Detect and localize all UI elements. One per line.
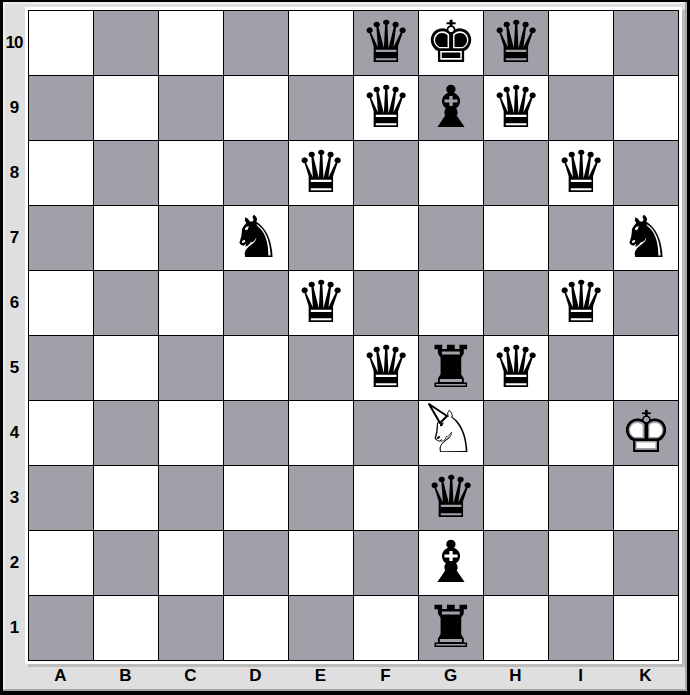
square-g2[interactable]: ♝	[419, 531, 483, 595]
square-e1[interactable]	[289, 596, 353, 660]
square-a7[interactable]	[29, 206, 93, 270]
square-e6[interactable]: ♛	[289, 271, 353, 335]
chess-board: ♛♚♛♛♝♛♛♛♞♞♛♛♛♜♛♞♘♚♔♛♝♜	[28, 10, 679, 661]
black-rook: ♜	[425, 595, 477, 659]
square-i9[interactable]	[549, 76, 613, 140]
file-label-h: H	[483, 666, 548, 686]
square-i3[interactable]	[549, 466, 613, 530]
square-a6[interactable]	[29, 271, 93, 335]
square-b4[interactable]	[94, 401, 158, 465]
square-e5[interactable]	[289, 336, 353, 400]
square-h5[interactable]: ♛	[484, 336, 548, 400]
rank-label-5: 5	[3, 335, 25, 400]
square-k1[interactable]	[614, 596, 678, 660]
square-d3[interactable]	[224, 466, 288, 530]
square-i2[interactable]	[549, 531, 613, 595]
square-c9[interactable]	[159, 76, 223, 140]
square-a8[interactable]	[29, 141, 93, 205]
square-a3[interactable]	[29, 466, 93, 530]
square-d9[interactable]	[224, 76, 288, 140]
square-e7[interactable]	[289, 206, 353, 270]
file-label-b: B	[93, 666, 158, 686]
square-k3[interactable]	[614, 466, 678, 530]
square-b5[interactable]	[94, 336, 158, 400]
square-c4[interactable]	[159, 401, 223, 465]
square-h4[interactable]	[484, 401, 548, 465]
square-h10[interactable]: ♛	[484, 11, 548, 75]
file-label-g: G	[418, 666, 483, 686]
square-a10[interactable]	[29, 11, 93, 75]
rank-label-7: 7	[3, 205, 25, 270]
square-i1[interactable]	[549, 596, 613, 660]
square-i8[interactable]: ♛	[549, 141, 613, 205]
square-c3[interactable]	[159, 466, 223, 530]
square-c6[interactable]	[159, 271, 223, 335]
square-e10[interactable]	[289, 11, 353, 75]
rank-label-1: 1	[3, 595, 25, 660]
file-label-i: I	[548, 666, 613, 686]
square-f4[interactable]	[354, 401, 418, 465]
square-e8[interactable]: ♛	[289, 141, 353, 205]
rank-label-10: 10	[3, 10, 25, 75]
square-g7[interactable]	[419, 206, 483, 270]
square-i6[interactable]: ♛	[549, 271, 613, 335]
black-queen: ♛	[490, 10, 542, 74]
square-g5[interactable]: ♜	[419, 336, 483, 400]
square-k8[interactable]	[614, 141, 678, 205]
file-label-a: A	[28, 666, 93, 686]
square-k2[interactable]	[614, 531, 678, 595]
square-g8[interactable]	[419, 141, 483, 205]
square-g10[interactable]: ♚	[419, 11, 483, 75]
square-f7[interactable]	[354, 206, 418, 270]
rank-label-4: 4	[3, 400, 25, 465]
rank-label-8: 8	[3, 140, 25, 205]
square-e2[interactable]	[289, 531, 353, 595]
square-k4[interactable]: ♚♔	[614, 401, 678, 465]
square-a4[interactable]	[29, 401, 93, 465]
square-k6[interactable]	[614, 271, 678, 335]
square-f2[interactable]	[354, 531, 418, 595]
unicorn-outline: ♘	[425, 398, 477, 466]
square-d5[interactable]	[224, 336, 288, 400]
square-h1[interactable]	[484, 596, 548, 660]
black-queen: ♛	[490, 335, 542, 399]
square-b7[interactable]	[94, 206, 158, 270]
square-h6[interactable]	[484, 271, 548, 335]
square-h9[interactable]: ♛	[484, 76, 548, 140]
black-queen: ♛	[360, 10, 412, 74]
black-queen: ♛	[360, 75, 412, 139]
black-queen: ♛	[360, 335, 412, 399]
square-b9[interactable]	[94, 76, 158, 140]
square-f3[interactable]	[354, 466, 418, 530]
square-d6[interactable]	[224, 271, 288, 335]
black-rook: ♜	[425, 335, 477, 399]
file-label-e: E	[288, 666, 353, 686]
square-g6[interactable]	[419, 271, 483, 335]
square-a5[interactable]	[29, 336, 93, 400]
square-i5[interactable]	[549, 336, 613, 400]
file-labels: ABCDEFGHIK	[28, 664, 687, 688]
square-k9[interactable]	[614, 76, 678, 140]
diagram-frame: 10987654321 ♛♚♛♛♝♛♛♛♞♞♛♛♛♜♛♞♘♚♔♛♝♜ ABCDE…	[0, 0, 690, 695]
square-e3[interactable]	[289, 466, 353, 530]
square-b10[interactable]	[94, 11, 158, 75]
square-f1[interactable]	[354, 596, 418, 660]
square-g9[interactable]: ♝	[419, 76, 483, 140]
square-g4[interactable]: ♞♘	[419, 401, 483, 465]
square-f5[interactable]: ♛	[354, 336, 418, 400]
board-plate: ♛♚♛♛♝♛♛♛♞♞♛♛♛♜♛♞♘♚♔♛♝♜	[25, 7, 682, 664]
black-queen: ♛	[295, 270, 347, 334]
square-b1[interactable]	[94, 596, 158, 660]
square-f6[interactable]	[354, 271, 418, 335]
square-d4[interactable]	[224, 401, 288, 465]
black-queen: ♛	[555, 270, 607, 334]
square-a2[interactable]	[29, 531, 93, 595]
black-queen: ♛	[555, 140, 607, 204]
square-b8[interactable]	[94, 141, 158, 205]
square-d8[interactable]	[224, 141, 288, 205]
square-b6[interactable]	[94, 271, 158, 335]
square-h7[interactable]	[484, 206, 548, 270]
square-c5[interactable]	[159, 336, 223, 400]
square-k5[interactable]	[614, 336, 678, 400]
square-a9[interactable]	[29, 76, 93, 140]
board-area: 10987654321 ♛♚♛♛♝♛♛♛♞♞♛♛♛♜♛♞♘♚♔♛♝♜	[3, 2, 687, 664]
rank-label-9: 9	[3, 75, 25, 140]
square-f9[interactable]: ♛	[354, 76, 418, 140]
square-c2[interactable]	[159, 531, 223, 595]
square-c10[interactable]	[159, 11, 223, 75]
square-k10[interactable]	[614, 11, 678, 75]
rank-label-2: 2	[3, 530, 25, 595]
square-c7[interactable]	[159, 206, 223, 270]
square-g1[interactable]: ♜	[419, 596, 483, 660]
square-d1[interactable]	[224, 596, 288, 660]
square-k7[interactable]: ♞	[614, 206, 678, 270]
king-outline: ♔	[620, 398, 672, 466]
square-e9[interactable]	[289, 76, 353, 140]
diagram-panel: 10987654321 ♛♚♛♛♝♛♛♛♞♞♛♛♛♜♛♞♘♚♔♛♝♜ ABCDE…	[3, 2, 687, 691]
rank-label-6: 6	[3, 270, 25, 335]
black-bishop: ♝	[425, 530, 477, 594]
white-unicorn: ♞♘	[425, 400, 477, 464]
rank-labels: 10987654321	[3, 10, 25, 660]
black-queen: ♛	[295, 140, 347, 204]
square-d2[interactable]	[224, 531, 288, 595]
square-d7[interactable]: ♞	[224, 206, 288, 270]
rank-label-3: 3	[3, 465, 25, 530]
square-h2[interactable]	[484, 531, 548, 595]
square-g3[interactable]: ♛	[419, 466, 483, 530]
square-f8[interactable]	[354, 141, 418, 205]
square-b2[interactable]	[94, 531, 158, 595]
square-i4[interactable]	[549, 401, 613, 465]
black-knight: ♞	[620, 205, 672, 269]
black-queen: ♛	[490, 75, 542, 139]
square-h8[interactable]	[484, 141, 548, 205]
white-king: ♚♔	[620, 400, 672, 464]
file-label-f: F	[353, 666, 418, 686]
file-label-k: K	[613, 666, 678, 686]
file-label-d: D	[223, 666, 288, 686]
black-bishop: ♝	[425, 75, 477, 139]
square-h3[interactable]	[484, 466, 548, 530]
square-b3[interactable]	[94, 466, 158, 530]
square-f10[interactable]: ♛	[354, 11, 418, 75]
black-knight: ♞	[230, 205, 282, 269]
square-c8[interactable]	[159, 141, 223, 205]
square-d10[interactable]	[224, 11, 288, 75]
square-c1[interactable]	[159, 596, 223, 660]
square-i7[interactable]	[549, 206, 613, 270]
file-label-c: C	[158, 666, 223, 686]
black-queen: ♛	[425, 465, 477, 529]
black-king: ♚	[425, 10, 477, 74]
square-a1[interactable]	[29, 596, 93, 660]
square-i10[interactable]	[549, 11, 613, 75]
square-e4[interactable]	[289, 401, 353, 465]
